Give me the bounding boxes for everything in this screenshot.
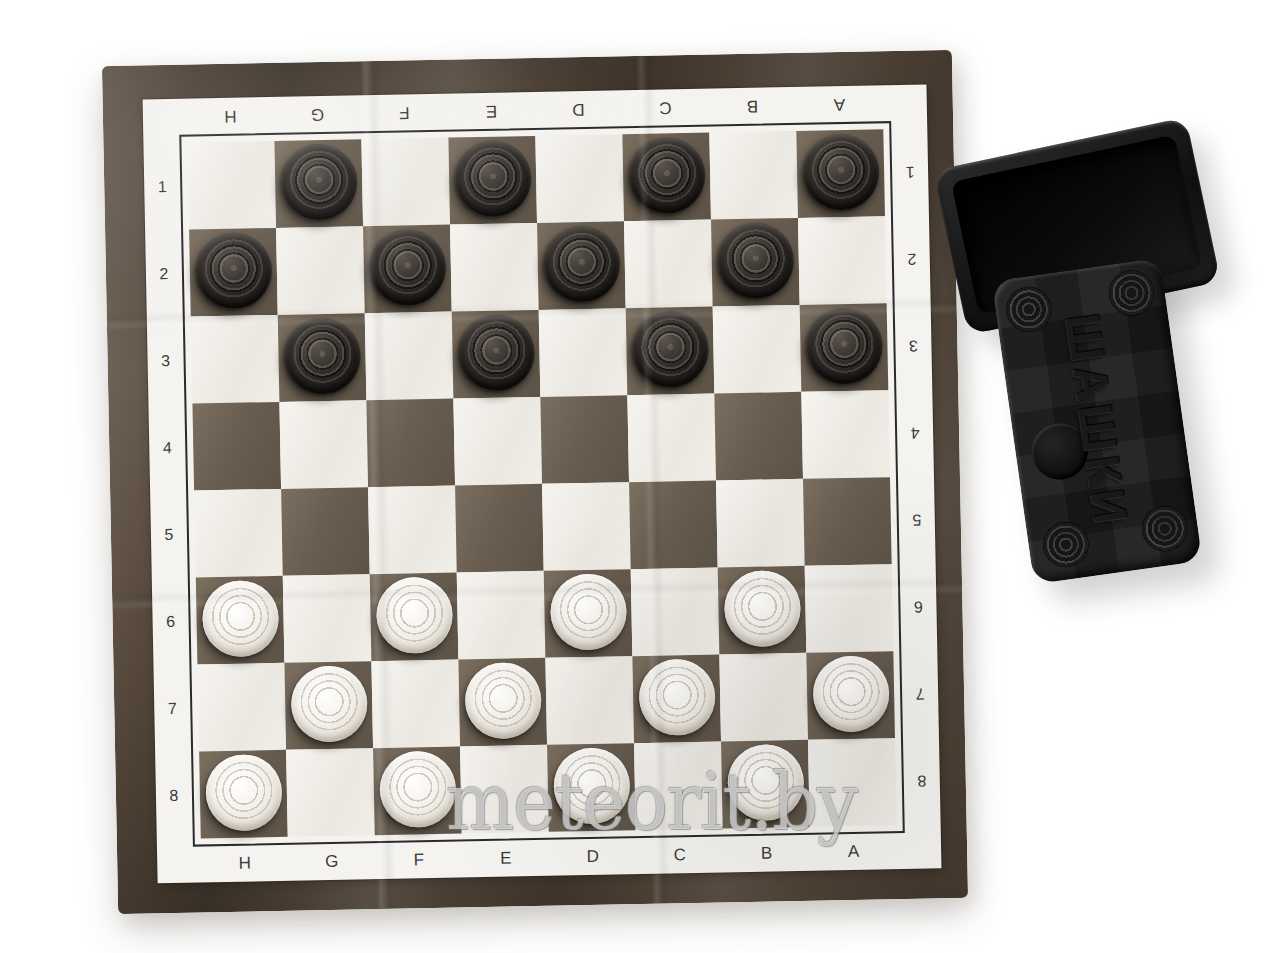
square-h7 — [197, 663, 286, 752]
square-b1 — [709, 131, 798, 220]
square-f5 — [368, 486, 457, 575]
coord-label-1: 1 — [143, 143, 181, 231]
square-d2 — [537, 221, 626, 310]
square-c1 — [622, 133, 711, 222]
bullseye-ornament-icon — [1003, 283, 1055, 335]
coord-label-h: H — [187, 105, 274, 127]
square-g8 — [286, 748, 375, 837]
black-checker-g1 — [280, 143, 357, 220]
square-a3 — [800, 303, 889, 392]
black-checker-c1 — [628, 137, 705, 214]
square-e2 — [450, 223, 539, 312]
square-d5 — [542, 482, 631, 571]
square-c6 — [631, 568, 720, 657]
white-checker-g7 — [290, 665, 367, 742]
white-checker-b6 — [723, 570, 800, 647]
white-checker-f8 — [379, 751, 456, 828]
square-e3 — [452, 310, 541, 399]
square-c4 — [627, 394, 716, 483]
coord-label-f: F — [361, 102, 448, 124]
coord-label-f: F — [375, 849, 462, 871]
square-b3 — [713, 305, 802, 394]
black-checker-e1 — [454, 140, 531, 217]
square-g4 — [279, 400, 368, 489]
square-f6 — [370, 573, 459, 662]
coord-label-2: 2 — [893, 215, 931, 303]
coord-label-c: C — [622, 97, 709, 119]
board-grid — [187, 129, 896, 838]
white-checker-c7 — [638, 659, 715, 736]
black-checker-g3 — [283, 317, 360, 394]
coord-label-3: 3 — [147, 317, 185, 405]
white-checker-h6 — [201, 580, 278, 657]
bullseye-ornament-icon — [1139, 503, 1191, 555]
square-c3 — [626, 307, 715, 396]
square-b6 — [718, 566, 807, 655]
square-e7 — [458, 658, 547, 747]
coord-label-8: 8 — [903, 737, 941, 825]
coord-label-e: E — [462, 848, 549, 870]
coord-label-c: C — [636, 844, 723, 866]
black-checker-b2 — [717, 222, 794, 299]
square-a4 — [801, 390, 890, 479]
coord-label-5: 5 — [150, 491, 188, 579]
square-g3 — [278, 313, 367, 402]
coord-label-d: D — [535, 98, 622, 120]
square-b2 — [711, 218, 800, 307]
coord-label-2: 2 — [145, 230, 183, 318]
coord-label-4: 4 — [148, 404, 186, 492]
square-d4 — [540, 395, 629, 484]
coord-label-6: 6 — [152, 578, 190, 666]
square-g7 — [284, 661, 373, 750]
square-e1 — [448, 136, 537, 225]
coord-label-1: 1 — [891, 128, 929, 216]
coord-label-h: H — [201, 853, 288, 875]
square-g1 — [274, 139, 363, 228]
square-b4 — [714, 392, 803, 481]
board-frame — [179, 121, 905, 847]
coord-label-d: D — [549, 846, 636, 868]
lid-embossed-text: ШАШКИ — [1055, 310, 1140, 531]
black-checker-a1 — [802, 133, 879, 210]
square-g6 — [283, 574, 372, 663]
product-photo: HGFEDCBA 12345678 12345678 HGFEDCBA ШАШК… — [0, 0, 1280, 953]
watermark: meteorit.by — [446, 763, 857, 841]
bullseye-ornament-icon — [1106, 267, 1158, 319]
coord-label-g: G — [274, 103, 361, 125]
white-checker-d6 — [549, 573, 626, 650]
square-b7 — [719, 653, 808, 742]
white-checker-e7 — [464, 662, 541, 739]
square-e4 — [453, 397, 542, 486]
black-checker-c3 — [631, 311, 708, 388]
square-c2 — [624, 220, 713, 309]
square-h6 — [196, 576, 285, 665]
coord-label-7: 7 — [901, 650, 939, 738]
square-d6 — [544, 569, 633, 658]
square-b5 — [716, 479, 805, 568]
white-checker-a7 — [812, 655, 889, 732]
square-f2 — [363, 225, 452, 314]
square-d7 — [545, 656, 634, 745]
square-h3 — [191, 315, 280, 404]
square-c5 — [629, 481, 718, 570]
black-checker-a3 — [805, 307, 882, 384]
square-a5 — [803, 477, 892, 566]
square-g2 — [276, 226, 365, 315]
square-d1 — [535, 134, 624, 223]
square-h5 — [194, 489, 283, 578]
square-a7 — [806, 651, 895, 740]
coord-label-7: 7 — [153, 665, 191, 753]
coord-label-b: B — [709, 95, 796, 117]
coord-label-e: E — [448, 100, 535, 122]
square-a2 — [798, 216, 887, 305]
square-f1 — [361, 138, 450, 227]
square-h8 — [199, 750, 288, 839]
coord-label-4: 4 — [896, 389, 934, 477]
square-f7 — [371, 660, 460, 749]
square-e6 — [457, 571, 546, 660]
square-d3 — [539, 308, 628, 397]
black-checker-d2 — [543, 225, 620, 302]
coord-label-3: 3 — [895, 302, 933, 390]
coord-label-5: 5 — [898, 476, 936, 564]
square-a6 — [805, 564, 894, 653]
coord-label-6: 6 — [900, 563, 938, 651]
square-h4 — [192, 402, 281, 491]
square-f4 — [366, 399, 455, 488]
white-checker-h8 — [205, 754, 282, 831]
white-checker-f6 — [375, 577, 452, 654]
square-e5 — [455, 484, 544, 573]
coord-label-a: A — [796, 93, 883, 115]
square-a1 — [796, 129, 885, 218]
square-h2 — [189, 228, 278, 317]
black-checker-f2 — [369, 229, 446, 306]
coord-label-g: G — [288, 851, 375, 873]
black-checker-h2 — [195, 232, 272, 309]
square-h1 — [187, 141, 276, 230]
box-lid: ШАШКИ — [992, 258, 1203, 585]
square-g5 — [281, 487, 370, 576]
square-c7 — [632, 654, 721, 743]
square-f3 — [365, 312, 454, 401]
coord-label-8: 8 — [155, 752, 193, 840]
black-checker-e3 — [457, 314, 534, 391]
